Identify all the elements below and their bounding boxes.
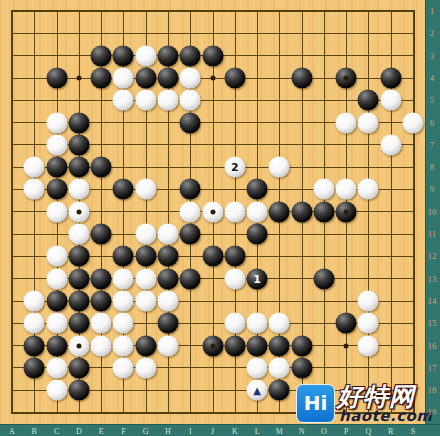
black-stone <box>224 246 245 267</box>
watermark-site-url: haote.com <box>339 407 439 424</box>
white-stone <box>313 179 334 200</box>
column-label: K <box>232 427 238 436</box>
white-stone <box>224 313 245 334</box>
star-point <box>210 209 215 214</box>
white-stone <box>224 268 245 289</box>
column-label: S <box>411 427 415 436</box>
black-stone <box>91 224 112 245</box>
haote-logo-icon: Hi <box>296 384 335 423</box>
white-stone <box>247 380 268 401</box>
star-point <box>210 75 215 80</box>
white-stone <box>247 357 268 378</box>
white-stone <box>358 335 379 356</box>
black-stone <box>180 112 201 133</box>
white-stone <box>135 90 156 111</box>
black-stone <box>68 134 89 155</box>
white-stone <box>46 357 67 378</box>
white-stone <box>180 201 201 222</box>
black-stone <box>291 357 312 378</box>
black-stone <box>157 246 178 267</box>
row-label: 10 <box>426 207 438 217</box>
black-stone <box>91 290 112 311</box>
white-stone <box>269 357 290 378</box>
row-label: 12 <box>426 251 438 261</box>
white-stone <box>91 335 112 356</box>
black-stone <box>180 179 201 200</box>
column-label: H <box>165 427 171 436</box>
row-label: 14 <box>426 296 438 306</box>
black-stone <box>46 290 67 311</box>
white-stone <box>46 380 67 401</box>
star-point <box>76 209 81 214</box>
white-stone <box>403 112 424 133</box>
row-label: 19 <box>426 407 438 417</box>
row-label: 13 <box>426 274 438 284</box>
row-label: 4 <box>426 73 438 83</box>
column-label: N <box>299 427 305 436</box>
white-stone <box>91 313 112 334</box>
white-stone <box>68 179 89 200</box>
black-stone <box>291 335 312 356</box>
white-stone <box>113 90 134 111</box>
black-stone <box>291 201 312 222</box>
black-stone <box>135 246 156 267</box>
column-coordinate-strip <box>0 424 440 436</box>
black-stone <box>247 335 268 356</box>
black-stone <box>24 357 45 378</box>
white-stone <box>24 290 45 311</box>
black-stone <box>202 246 223 267</box>
column-label: F <box>121 427 125 436</box>
column-label: J <box>211 427 214 436</box>
white-stone <box>269 157 290 178</box>
black-stone <box>247 179 268 200</box>
black-stone <box>91 45 112 66</box>
black-stone <box>135 335 156 356</box>
black-stone <box>224 335 245 356</box>
white-stone <box>336 112 357 133</box>
white-stone <box>113 313 134 334</box>
row-label: 17 <box>426 363 438 373</box>
white-stone <box>46 268 67 289</box>
black-stone <box>313 268 334 289</box>
black-stone <box>380 67 401 88</box>
black-stone <box>68 313 89 334</box>
black-stone <box>91 268 112 289</box>
row-label: 7 <box>426 140 438 150</box>
black-stone <box>157 45 178 66</box>
black-stone <box>291 67 312 88</box>
black-stone <box>269 380 290 401</box>
white-stone <box>68 224 89 245</box>
black-stone <box>68 357 89 378</box>
star-point <box>344 209 349 214</box>
column-label: C <box>54 427 59 436</box>
white-stone <box>46 201 67 222</box>
black-stone <box>336 313 357 334</box>
white-stone <box>180 67 201 88</box>
white-stone <box>380 90 401 111</box>
column-label: R <box>388 427 393 436</box>
white-stone <box>46 246 67 267</box>
column-label: P <box>344 427 348 436</box>
black-stone <box>68 157 89 178</box>
white-stone <box>113 290 134 311</box>
black-stone <box>46 179 67 200</box>
white-stone <box>358 179 379 200</box>
black-stone <box>91 67 112 88</box>
black-stone <box>91 157 112 178</box>
white-stone <box>157 224 178 245</box>
row-label: 9 <box>426 184 438 194</box>
row-label: 11 <box>426 229 438 239</box>
white-stone <box>135 268 156 289</box>
black-stone <box>269 201 290 222</box>
black-stone <box>135 67 156 88</box>
white-stone <box>46 134 67 155</box>
watermark-site-name: 好特网 <box>337 380 439 408</box>
black-stone <box>113 246 134 267</box>
black-stone <box>157 313 178 334</box>
white-stone <box>157 290 178 311</box>
black-stone <box>358 90 379 111</box>
black-stone <box>202 45 223 66</box>
row-label: 2 <box>426 28 438 38</box>
column-label: Q <box>366 427 372 436</box>
white-stone <box>24 157 45 178</box>
star-point <box>76 75 81 80</box>
column-label: M <box>276 427 283 436</box>
white-stone <box>336 179 357 200</box>
black-stone <box>247 224 268 245</box>
row-label: 15 <box>426 318 438 328</box>
white-stone <box>135 179 156 200</box>
column-label: B <box>32 427 37 436</box>
white-stone <box>135 290 156 311</box>
black-stone <box>224 67 245 88</box>
black-stone <box>68 290 89 311</box>
column-label: I <box>189 427 192 436</box>
black-stone <box>68 268 89 289</box>
white-stone <box>46 112 67 133</box>
white-stone <box>380 134 401 155</box>
white-stone <box>24 179 45 200</box>
white-stone <box>135 224 156 245</box>
white-stone <box>113 268 134 289</box>
row-label: 18 <box>426 385 438 395</box>
column-label: L <box>255 427 260 436</box>
go-game-screenshot: 21▲ Hi 好特网 haote.com 1234567891011121314… <box>0 0 440 436</box>
black-stone <box>24 335 45 356</box>
white-stone <box>224 201 245 222</box>
white-stone <box>113 335 134 356</box>
white-stone <box>358 290 379 311</box>
column-label: A <box>9 427 15 436</box>
white-stone <box>157 335 178 356</box>
black-stone <box>46 335 67 356</box>
black-stone <box>68 112 89 133</box>
black-stone <box>157 268 178 289</box>
column-label: E <box>99 427 104 436</box>
white-stone <box>269 313 290 334</box>
white-stone <box>157 90 178 111</box>
watermark: Hi 好特网 haote.com <box>294 382 440 425</box>
row-label: 8 <box>426 162 438 172</box>
column-label: D <box>76 427 82 436</box>
row-label: 1 <box>426 6 438 16</box>
black-stone <box>157 67 178 88</box>
go-board[interactable]: 21▲ <box>0 0 426 425</box>
star-point <box>210 343 215 348</box>
white-stone <box>24 313 45 334</box>
black-stone <box>180 45 201 66</box>
black-stone <box>269 335 290 356</box>
star-point <box>76 343 81 348</box>
white-stone <box>135 357 156 378</box>
white-stone <box>358 313 379 334</box>
row-label: 5 <box>426 95 438 105</box>
star-point <box>344 343 349 348</box>
black-stone <box>46 157 67 178</box>
white-stone <box>247 201 268 222</box>
white-stone <box>358 112 379 133</box>
white-stone <box>113 67 134 88</box>
black-stone <box>313 201 334 222</box>
black-stone <box>180 268 201 289</box>
row-label: 6 <box>426 118 438 128</box>
black-stone <box>247 268 268 289</box>
black-stone <box>113 45 134 66</box>
white-stone <box>135 45 156 66</box>
white-stone <box>247 313 268 334</box>
star-point <box>344 75 349 80</box>
row-label: 16 <box>426 341 438 351</box>
column-label: G <box>143 427 149 436</box>
column-label: O <box>321 427 327 436</box>
black-stone <box>68 246 89 267</box>
white-stone <box>224 157 245 178</box>
black-stone <box>46 67 67 88</box>
black-stone <box>180 224 201 245</box>
black-stone <box>68 380 89 401</box>
row-label: 3 <box>426 51 438 61</box>
white-stone <box>113 357 134 378</box>
black-stone <box>113 179 134 200</box>
white-stone <box>180 90 201 111</box>
white-stone <box>46 313 67 334</box>
